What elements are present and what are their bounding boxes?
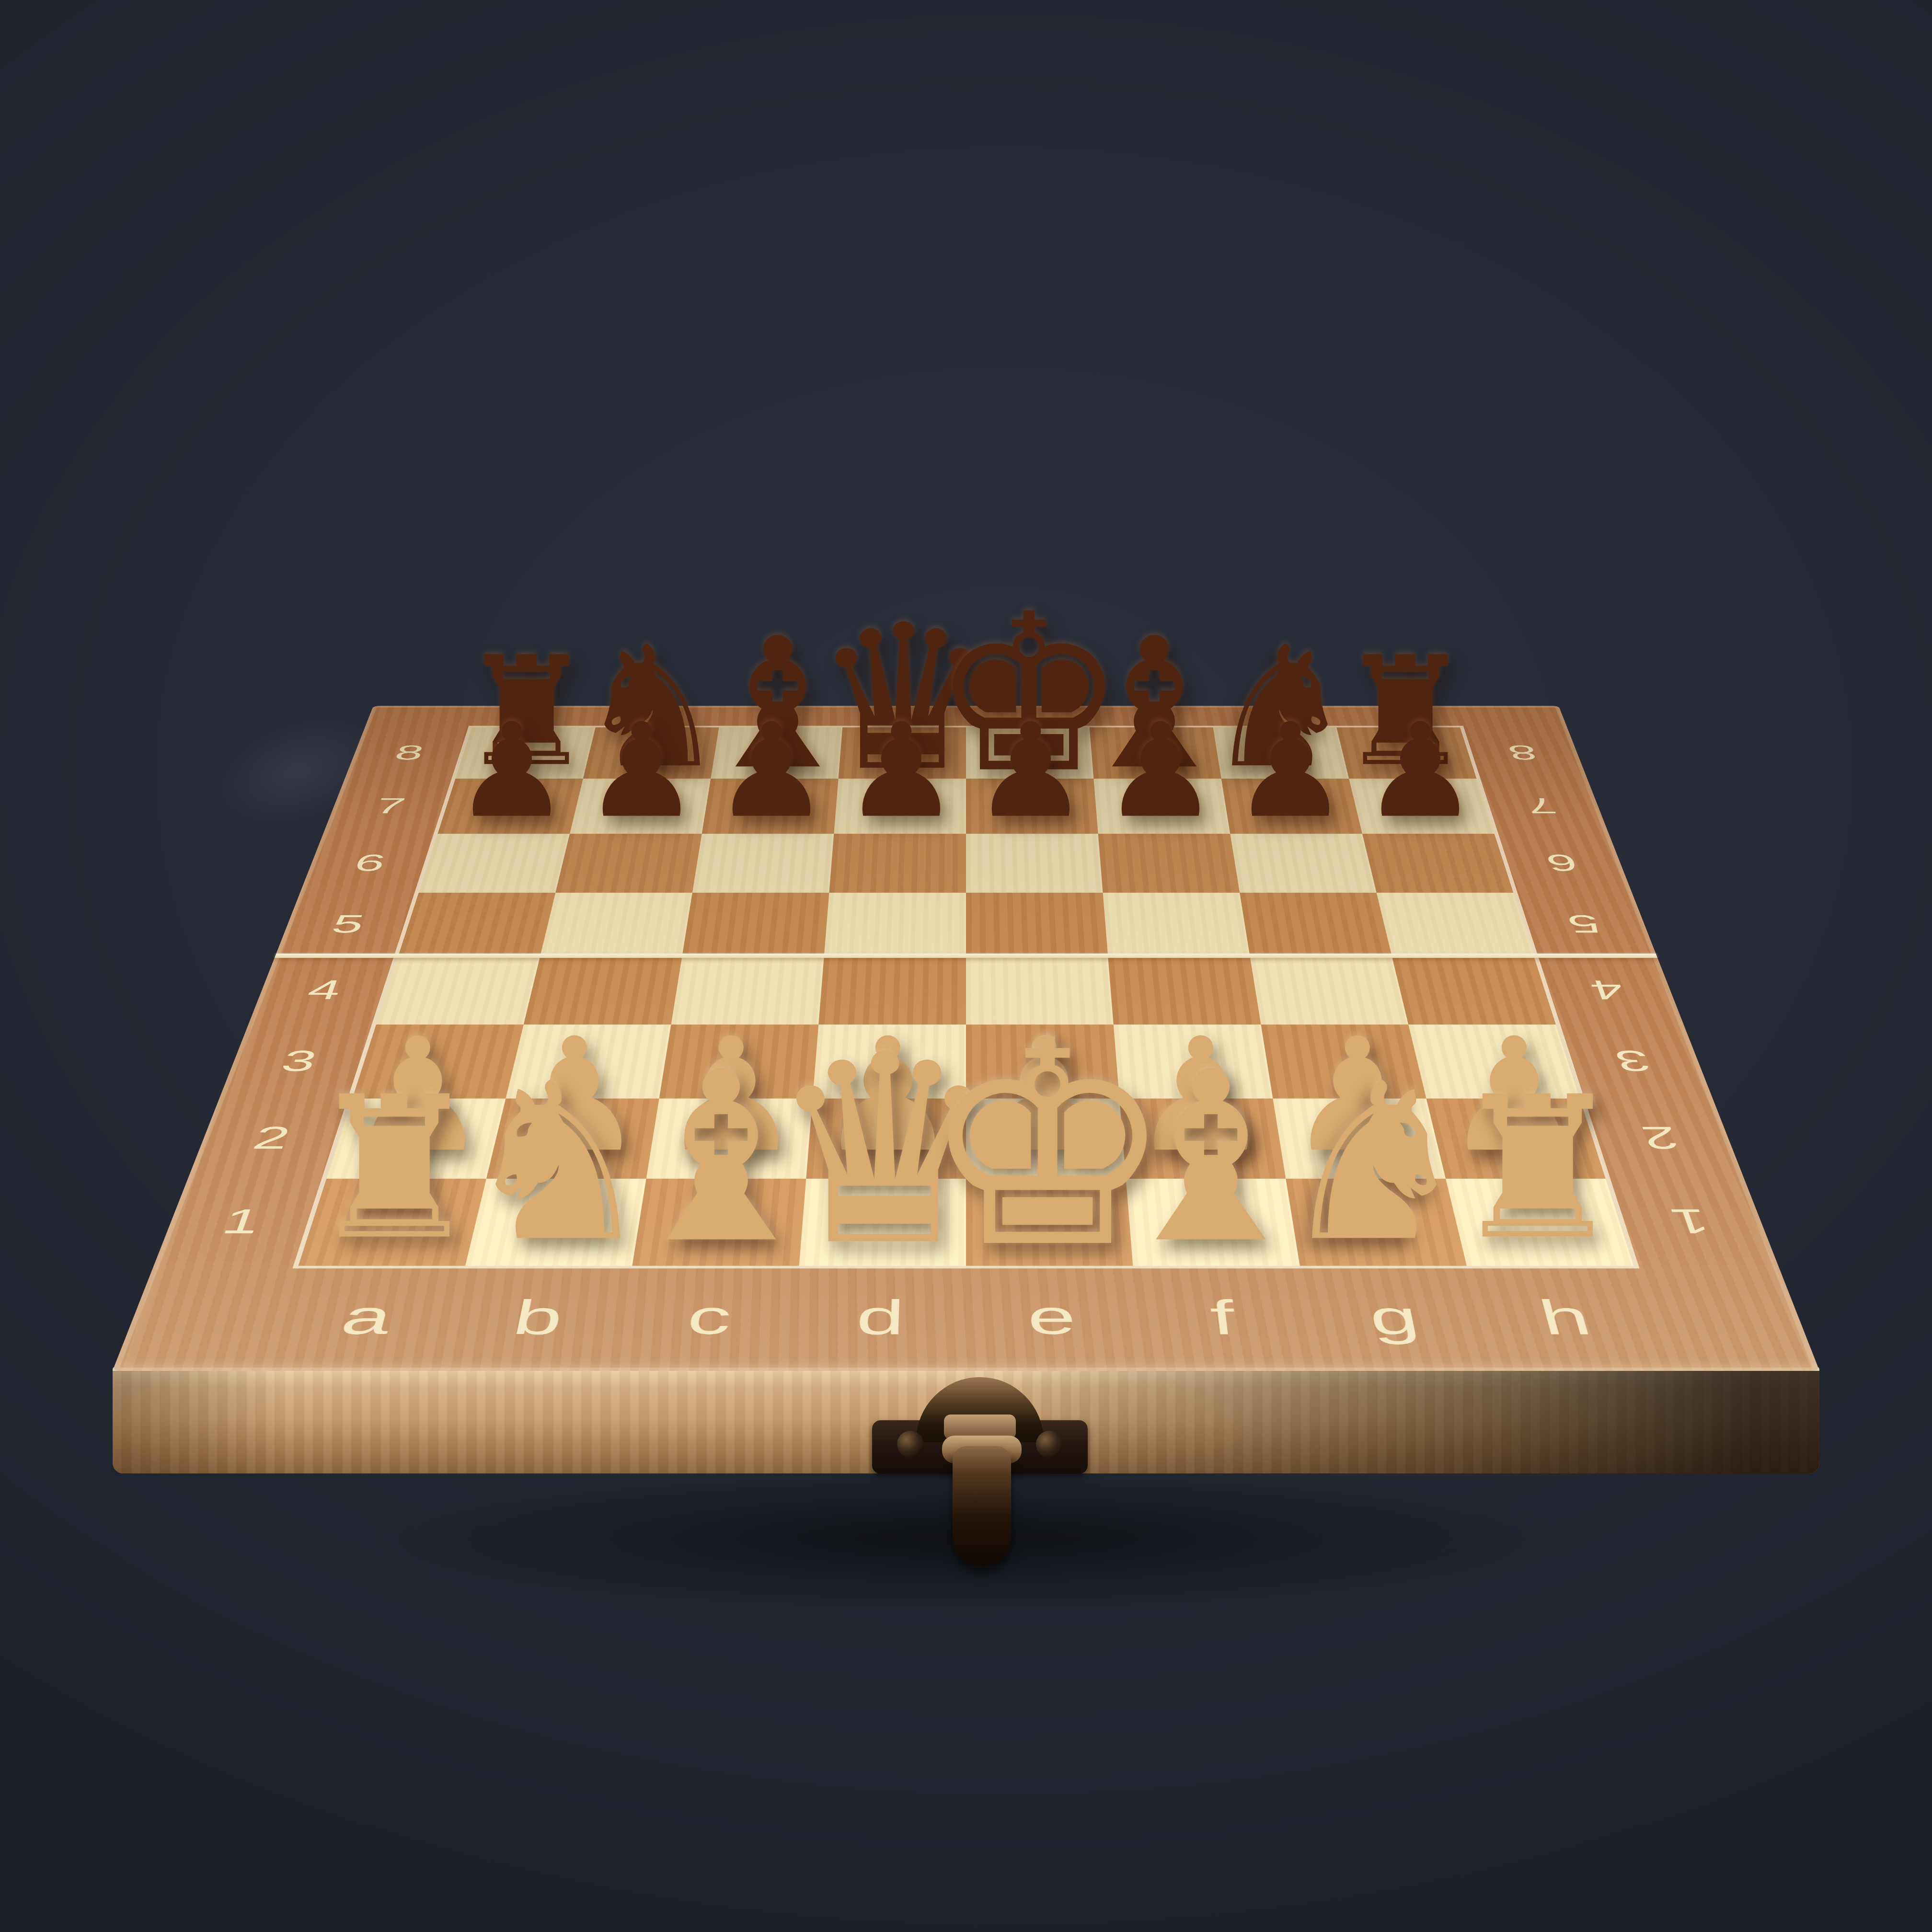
clasp-screw-left (897, 1431, 924, 1458)
rank-label-right-3: 3 (1560, 1024, 1708, 1098)
square-a6[interactable] (419, 834, 570, 893)
square-a7[interactable] (437, 779, 583, 834)
file-label-c: c (616, 1270, 799, 1366)
square-h8[interactable] (1336, 727, 1476, 779)
square-b2[interactable] (486, 1099, 659, 1179)
square-a1[interactable] (299, 1179, 486, 1266)
square-c4[interactable] (671, 956, 824, 1025)
square-h3[interactable] (1408, 1024, 1579, 1098)
rank-label-right-8: 8 (1463, 727, 1584, 779)
square-h4[interactable] (1392, 956, 1556, 1025)
clasp (872, 1374, 1088, 1585)
square-g1[interactable] (1286, 1179, 1467, 1266)
square-g7[interactable] (1221, 779, 1362, 834)
square-d7[interactable] (834, 779, 966, 834)
square-f4[interactable] (1108, 956, 1261, 1025)
rank-label-left-3: 3 (223, 1024, 372, 1098)
file-label-e: e (966, 1270, 1141, 1366)
rank-label-left-7: 7 (327, 779, 452, 834)
square-e1[interactable] (966, 1179, 1133, 1266)
square-g5[interactable] (1240, 893, 1392, 956)
square-g8[interactable] (1213, 727, 1349, 779)
square-b1[interactable] (465, 1179, 646, 1266)
square-d8[interactable] (839, 727, 966, 779)
clasp-hook (953, 1446, 1011, 1567)
square-d6[interactable] (829, 834, 966, 893)
square-f6[interactable] (1098, 834, 1240, 893)
square-d1[interactable] (799, 1179, 966, 1266)
square-h1[interactable] (1446, 1179, 1633, 1266)
square-f7[interactable] (1093, 779, 1230, 834)
rank-label-right-7: 7 (1480, 779, 1606, 834)
square-f3[interactable] (1114, 1024, 1273, 1098)
file-label-a: a (266, 1270, 464, 1366)
square-g2[interactable] (1273, 1099, 1446, 1179)
square-b7[interactable] (570, 779, 711, 834)
square-a5[interactable] (398, 893, 555, 956)
square-d5[interactable] (824, 893, 966, 956)
rank-label-right-5: 5 (1517, 893, 1653, 956)
chess-board: abcdefgh1122334455667788 (113, 706, 1820, 1371)
square-c2[interactable] (646, 1099, 813, 1179)
board-hinge-line (275, 954, 1658, 958)
square-e5[interactable] (966, 893, 1108, 956)
square-d4[interactable] (818, 956, 966, 1025)
square-b8[interactable] (583, 727, 719, 779)
clasp-screw-right (1036, 1431, 1063, 1458)
square-b5[interactable] (540, 893, 692, 956)
file-label-f: f (1133, 1270, 1316, 1366)
rank-label-left-4: 4 (252, 956, 394, 1025)
rank-label-right-2: 2 (1584, 1099, 1740, 1179)
square-e6[interactable] (966, 834, 1103, 893)
square-b3[interactable] (506, 1024, 671, 1098)
square-e7[interactable] (966, 779, 1098, 834)
square-e8[interactable] (966, 727, 1093, 779)
square-g3[interactable] (1261, 1024, 1426, 1098)
square-a4[interactable] (376, 956, 540, 1025)
square-b6[interactable] (555, 834, 701, 893)
square-e2[interactable] (966, 1099, 1126, 1179)
rank-label-left-8: 8 (348, 727, 469, 779)
square-h6[interactable] (1362, 834, 1513, 893)
square-c7[interactable] (702, 779, 839, 834)
square-h7[interactable] (1349, 779, 1494, 834)
rank-label-left-6: 6 (304, 834, 434, 893)
square-a2[interactable] (326, 1099, 506, 1179)
square-g6[interactable] (1230, 834, 1376, 893)
rank-label-right-1: 1 (1610, 1179, 1774, 1266)
rank-label-left-2: 2 (192, 1099, 348, 1179)
square-f5[interactable] (1103, 893, 1250, 956)
file-label-b: b (441, 1270, 631, 1366)
square-e3[interactable] (966, 1024, 1119, 1098)
square-f2[interactable] (1119, 1099, 1286, 1179)
file-label-h: h (1468, 1270, 1666, 1366)
square-d3[interactable] (813, 1024, 966, 1098)
photo-background: abcdefgh1122334455667788 ♜♞♝♛♚♝♞♜♟♟♟♟♟♟♟… (0, 0, 1932, 1932)
square-d2[interactable] (806, 1099, 966, 1179)
rank-label-right-4: 4 (1538, 956, 1680, 1025)
square-c8[interactable] (711, 727, 842, 779)
square-e4[interactable] (966, 956, 1114, 1025)
square-b4[interactable] (524, 956, 682, 1025)
square-c3[interactable] (659, 1024, 819, 1098)
square-a8[interactable] (455, 727, 595, 779)
square-h5[interactable] (1377, 893, 1534, 956)
square-a3[interactable] (352, 1024, 523, 1098)
rank-label-right-6: 6 (1498, 834, 1628, 893)
square-g4[interactable] (1250, 956, 1409, 1025)
square-c5[interactable] (682, 893, 829, 956)
file-label-g: g (1300, 1270, 1491, 1366)
square-c6[interactable] (692, 834, 834, 893)
square-f8[interactable] (1090, 727, 1221, 779)
rank-label-left-5: 5 (279, 893, 415, 956)
square-f1[interactable] (1126, 1179, 1300, 1266)
rank-label-left-1: 1 (158, 1179, 322, 1266)
board-grid (299, 727, 1634, 1266)
square-h2[interactable] (1426, 1099, 1606, 1179)
file-label-d: d (791, 1270, 966, 1366)
square-c1[interactable] (632, 1179, 806, 1266)
